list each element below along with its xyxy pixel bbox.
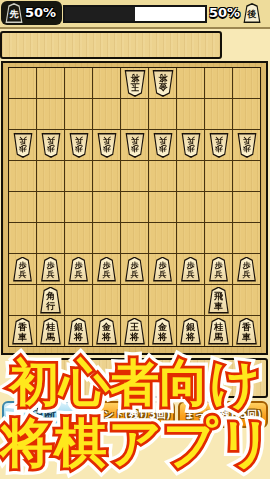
piece-sente-角行[interactable]: 角行 [40, 287, 62, 314]
cell-2-8[interactable] [205, 99, 232, 129]
piece-kanji: 歩兵 [126, 258, 143, 280]
piece-sente-桂馬[interactable]: 桂馬 [208, 318, 230, 345]
cell-1-3[interactable] [65, 68, 92, 98]
piece-kanji: 角行 [41, 288, 60, 312]
cell-5-4[interactable] [93, 192, 120, 222]
cell-3-2[interactable]: 歩兵 [37, 130, 64, 160]
cell-8-2[interactable]: 角行 [37, 285, 64, 315]
cell-4-5[interactable] [121, 161, 148, 191]
gote-piece-label: 後 [245, 5, 260, 22]
cell-8-9[interactable] [233, 285, 260, 315]
cell-1-8[interactable] [205, 68, 232, 98]
cell-3-3[interactable]: 歩兵 [65, 130, 92, 160]
cell-3-6[interactable]: 歩兵 [149, 130, 176, 160]
cell-4-3[interactable] [65, 161, 92, 191]
piece-sente-香車[interactable]: 香車 [12, 318, 34, 345]
piece-kanji: 歩兵 [14, 258, 31, 280]
board-grid: 玉将金将歩兵歩兵歩兵歩兵歩兵歩兵歩兵歩兵歩兵歩兵歩兵歩兵歩兵歩兵歩兵歩兵歩兵歩兵… [8, 67, 261, 347]
piece-gote-歩兵[interactable]: 歩兵 [13, 133, 33, 158]
piece-sente-歩兵[interactable]: 歩兵 [209, 257, 229, 282]
piece-kanji: 歩兵 [210, 258, 227, 280]
cell-9-5[interactable]: 王将 [121, 316, 148, 346]
piece-gote-歩兵[interactable]: 歩兵 [209, 133, 229, 158]
cell-6-8[interactable] [205, 223, 232, 253]
piece-kanji: 香車 [13, 319, 32, 343]
cell-6-9[interactable] [233, 223, 260, 253]
cell-7-4[interactable]: 歩兵 [93, 254, 120, 284]
cell-5-8[interactable] [205, 192, 232, 222]
sente-captured-tray [48, 358, 268, 398]
piece-kanji: 歩兵 [210, 134, 227, 156]
pause-button[interactable]: 中断 [2, 401, 86, 428]
piece-gote-歩兵[interactable]: 歩兵 [41, 133, 61, 158]
cell-5-1[interactable] [9, 192, 36, 222]
cell-1-6[interactable]: 金将 [149, 68, 176, 98]
piece-sente-銀将[interactable]: 銀将 [180, 318, 202, 345]
cell-4-1[interactable] [9, 161, 36, 191]
piece-kanji: 歩兵 [14, 134, 31, 156]
piece-kanji: 歩兵 [42, 134, 59, 156]
cell-1-4[interactable] [93, 68, 120, 98]
cell-8-1[interactable] [9, 285, 36, 315]
piece-kanji: 歩兵 [238, 258, 255, 280]
cell-4-9[interactable] [233, 161, 260, 191]
cell-5-9[interactable] [233, 192, 260, 222]
status-bar: 先 50% 50% 後 [0, 0, 270, 29]
cell-4-6[interactable] [149, 161, 176, 191]
cell-9-4[interactable]: 金将 [93, 316, 120, 346]
cell-2-9[interactable] [233, 99, 260, 129]
cell-1-2[interactable] [37, 68, 64, 98]
cell-3-1[interactable]: 歩兵 [9, 130, 36, 160]
piece-kanji: 歩兵 [154, 258, 171, 280]
cell-7-9[interactable]: 歩兵 [233, 254, 260, 284]
gote-captured-tray [0, 31, 222, 59]
piece-kanji: 桂馬 [41, 319, 60, 343]
hint-button[interactable]: ヒント(残り3回) [89, 401, 175, 428]
cell-7-7[interactable]: 歩兵 [177, 254, 204, 284]
piece-gote-金将[interactable]: 金将 [152, 70, 174, 97]
cell-8-5[interactable] [121, 285, 148, 315]
piece-gote-玉将[interactable]: 玉将 [124, 70, 146, 97]
piece-kanji: 歩兵 [98, 258, 115, 280]
cell-3-5[interactable]: 歩兵 [121, 130, 148, 160]
sente-percent: 50% [25, 5, 56, 20]
cell-6-6[interactable] [149, 223, 176, 253]
piece-kanji: 金将 [97, 319, 116, 343]
app-screen: 先 50% 50% 後 玉将金将歩兵歩兵歩兵歩兵歩兵歩兵歩兵歩兵歩兵歩兵歩兵歩兵… [0, 0, 270, 479]
piece-kanji: 歩兵 [238, 134, 255, 156]
piece-kanji: 歩兵 [42, 258, 59, 280]
cell-7-5[interactable]: 歩兵 [121, 254, 148, 284]
piece-sente-金将[interactable]: 金将 [152, 318, 174, 345]
cell-1-7[interactable] [177, 68, 204, 98]
cell-8-8[interactable]: 飛車 [205, 285, 232, 315]
piece-sente-王将[interactable]: 王将 [124, 318, 146, 345]
piece-kanji: 歩兵 [154, 134, 171, 156]
piece-kanji: 金将 [153, 319, 172, 343]
cell-6-2[interactable] [37, 223, 64, 253]
cell-1-9[interactable] [233, 68, 260, 98]
piece-gote-歩兵[interactable]: 歩兵 [125, 133, 145, 158]
piece-kanji: 歩兵 [182, 134, 199, 156]
cell-9-2[interactable]: 桂馬 [37, 316, 64, 346]
cell-7-6[interactable]: 歩兵 [149, 254, 176, 284]
cell-5-7[interactable] [177, 192, 204, 222]
piece-gote-歩兵[interactable]: 歩兵 [237, 133, 257, 158]
cell-6-7[interactable] [177, 223, 204, 253]
cell-8-4[interactable] [93, 285, 120, 315]
cell-6-5[interactable] [121, 223, 148, 253]
cell-2-2[interactable] [37, 99, 64, 129]
piece-kanji: 銀将 [181, 319, 200, 343]
piece-sente-歩兵[interactable]: 歩兵 [181, 257, 201, 282]
piece-sente-金将[interactable]: 金将 [96, 318, 118, 345]
piece-sente-歩兵[interactable]: 歩兵 [97, 257, 117, 282]
cell-8-6[interactable] [149, 285, 176, 315]
piece-kanji: 王将 [125, 319, 144, 343]
piece-kanji: 歩兵 [70, 258, 87, 280]
piece-kanji: 歩兵 [182, 258, 199, 280]
cell-1-5[interactable]: 玉将 [121, 68, 148, 98]
cell-9-6[interactable]: 金将 [149, 316, 176, 346]
gote-percent: 50% [209, 5, 240, 20]
piece-kanji: 金将 [153, 71, 172, 95]
piece-sente-歩兵[interactable]: 歩兵 [125, 257, 145, 282]
piece-sente-香車[interactable]: 香車 [236, 318, 258, 345]
piece-kanji: 歩兵 [98, 134, 115, 156]
evaluation-bar-sente-fill [65, 7, 135, 21]
cell-3-4[interactable]: 歩兵 [93, 130, 120, 160]
piece-kanji: 歩兵 [70, 134, 87, 156]
cell-4-2[interactable] [37, 161, 64, 191]
cell-3-8[interactable]: 歩兵 [205, 130, 232, 160]
piece-sente-桂馬[interactable]: 桂馬 [40, 318, 62, 345]
sente-piece-label: 先 [7, 5, 22, 22]
cell-4-4[interactable] [93, 161, 120, 191]
cell-7-1[interactable]: 歩兵 [9, 254, 36, 284]
piece-gote-歩兵[interactable]: 歩兵 [153, 133, 173, 158]
piece-sente-歩兵[interactable]: 歩兵 [237, 257, 257, 282]
shogi-board: 玉将金将歩兵歩兵歩兵歩兵歩兵歩兵歩兵歩兵歩兵歩兵歩兵歩兵歩兵歩兵歩兵歩兵歩兵歩兵… [1, 61, 268, 355]
cell-9-9[interactable]: 香車 [233, 316, 260, 346]
cell-9-1[interactable]: 香車 [9, 316, 36, 346]
piece-kanji: 玉将 [125, 71, 144, 95]
cell-5-5[interactable] [121, 192, 148, 222]
cell-6-4[interactable] [93, 223, 120, 253]
cell-7-8[interactable]: 歩兵 [205, 254, 232, 284]
cell-3-7[interactable]: 歩兵 [177, 130, 204, 160]
cell-2-7[interactable] [177, 99, 204, 129]
piece-gote-歩兵[interactable]: 歩兵 [69, 133, 89, 158]
cell-8-3[interactable] [65, 285, 92, 315]
piece-kanji: 香車 [237, 319, 256, 343]
piece-kanji: 銀将 [69, 319, 88, 343]
cell-7-2[interactable]: 歩兵 [37, 254, 64, 284]
cell-4-7[interactable] [177, 161, 204, 191]
undo-button[interactable]: まった(残り5回) [178, 401, 268, 428]
cell-3-9[interactable]: 歩兵 [233, 130, 260, 160]
cell-5-6[interactable] [149, 192, 176, 222]
cell-6-3[interactable] [65, 223, 92, 253]
evaluation-bar [63, 5, 207, 23]
cell-2-6[interactable] [149, 99, 176, 129]
cell-9-8[interactable]: 桂馬 [205, 316, 232, 346]
piece-sente-歩兵[interactable]: 歩兵 [41, 257, 61, 282]
cell-8-7[interactable] [177, 285, 204, 315]
piece-sente-歩兵[interactable]: 歩兵 [69, 257, 89, 282]
cell-5-3[interactable] [65, 192, 92, 222]
gote-piece-icon: 後 [243, 3, 261, 23]
piece-kanji: 歩兵 [126, 134, 143, 156]
piece-sente-銀将[interactable]: 銀将 [68, 318, 90, 345]
cell-9-3[interactable]: 銀将 [65, 316, 92, 346]
cell-2-4[interactable] [93, 99, 120, 129]
piece-sente-飛車[interactable]: 飛車 [208, 287, 230, 314]
cell-5-2[interactable] [37, 192, 64, 222]
piece-kanji: 飛車 [209, 288, 228, 312]
cell-2-3[interactable] [65, 99, 92, 129]
cell-1-1[interactable] [9, 68, 36, 98]
piece-gote-歩兵[interactable]: 歩兵 [181, 133, 201, 158]
cell-6-1[interactable] [9, 223, 36, 253]
cell-2-1[interactable] [9, 99, 36, 129]
cell-9-7[interactable]: 銀将 [177, 316, 204, 346]
cell-2-5[interactable] [121, 99, 148, 129]
cell-4-8[interactable] [205, 161, 232, 191]
piece-sente-歩兵[interactable]: 歩兵 [153, 257, 173, 282]
piece-sente-歩兵[interactable]: 歩兵 [13, 257, 33, 282]
piece-gote-歩兵[interactable]: 歩兵 [97, 133, 117, 158]
piece-kanji: 桂馬 [209, 319, 228, 343]
cell-7-3[interactable]: 歩兵 [65, 254, 92, 284]
